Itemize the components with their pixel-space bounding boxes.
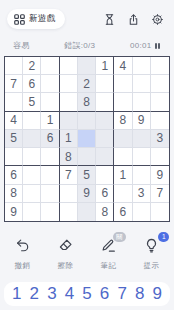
hourglass-icon[interactable] [103, 13, 116, 26]
cell-r2c9[interactable] [151, 75, 169, 93]
cell-r4c9[interactable] [151, 112, 169, 130]
cell-r1c4[interactable] [60, 57, 78, 75]
numpad-1[interactable]: 1 [11, 284, 22, 304]
new-game-label: 新遊戲 [29, 13, 56, 25]
new-game-button[interactable]: 新遊戲 [7, 9, 65, 29]
cell-r3c5[interactable]: 8 [78, 93, 96, 111]
cell-r1c5[interactable] [78, 57, 96, 75]
cell-r2c2[interactable]: 6 [23, 75, 41, 93]
cell-r3c7[interactable] [114, 93, 132, 111]
cell-r6c8[interactable] [133, 148, 151, 166]
cell-r1c6[interactable]: 1 [96, 57, 114, 75]
new-game-grid-icon [14, 14, 25, 25]
cell-r5c2[interactable] [23, 130, 41, 148]
cell-r2c1[interactable]: 7 [5, 75, 23, 93]
sudoku-app: 新遊戲 容易 錯誤:0/3 00:01 [0, 0, 174, 310]
cell-r3c9[interactable] [151, 93, 169, 111]
lightbulb-icon [143, 237, 160, 254]
numpad: 123456789 [4, 282, 170, 306]
eraser-icon [57, 237, 74, 254]
notes-label: 筆記 [101, 261, 117, 271]
cell-r1c9[interactable] [151, 57, 169, 75]
cell-r5c3[interactable]: 6 [41, 130, 59, 148]
cell-r9c4[interactable] [60, 203, 78, 221]
cell-r1c8[interactable] [133, 57, 151, 75]
undo-icon [14, 237, 31, 254]
notes-button[interactable]: 關 筆記 [100, 237, 117, 271]
cell-r5c6[interactable] [96, 130, 114, 148]
cell-r9c3[interactable] [41, 203, 59, 221]
mistakes-label: 錯誤:0/3 [64, 40, 95, 51]
difficulty-label: 容易 [13, 40, 30, 51]
cell-r8c8[interactable]: 3 [133, 185, 151, 203]
cell-r1c7[interactable]: 4 [114, 57, 132, 75]
cell-r4c8[interactable]: 9 [133, 112, 151, 130]
cell-r8c2[interactable] [23, 185, 41, 203]
cell-r2c7[interactable] [114, 75, 132, 93]
cell-r6c6[interactable] [96, 148, 114, 166]
cell-r4c2[interactable] [23, 112, 41, 130]
settings-gear-icon[interactable] [151, 13, 164, 26]
hint-count-badge: 1 [158, 232, 169, 242]
cell-r4c1[interactable]: 4 [5, 112, 23, 130]
cell-r8c5[interactable]: 9 [78, 185, 96, 203]
cell-r9c8[interactable] [133, 203, 151, 221]
cell-r7c6[interactable] [96, 166, 114, 184]
cell-r8c4[interactable] [60, 185, 78, 203]
cell-r2c3[interactable] [41, 75, 59, 93]
cell-r6c1[interactable] [5, 148, 23, 166]
cell-r9c2[interactable] [23, 203, 41, 221]
pause-button[interactable] [154, 42, 161, 50]
numpad-3[interactable]: 3 [46, 284, 57, 304]
cell-r3c4[interactable] [60, 93, 78, 111]
numpad-2[interactable]: 2 [29, 284, 40, 304]
cell-r9c1[interactable]: 9 [5, 203, 23, 221]
cell-r5c4[interactable]: 1 [60, 130, 78, 148]
cell-r7c9[interactable]: 9 [151, 166, 169, 184]
cell-r5c7[interactable] [114, 130, 132, 148]
notes-state-badge: 關 [113, 232, 127, 242]
cell-r8c1[interactable]: 8 [5, 185, 23, 203]
cell-r6c2[interactable] [23, 148, 41, 166]
cell-r2c6[interactable] [96, 75, 114, 93]
cell-r3c3[interactable] [41, 93, 59, 111]
hint-button[interactable]: 1 提示 [143, 237, 160, 271]
cell-r5c5[interactable] [78, 130, 96, 148]
erase-label: 擦除 [58, 261, 74, 271]
numpad-4[interactable]: 4 [64, 284, 75, 304]
erase-button[interactable]: 擦除 [57, 237, 74, 271]
cell-r6c7[interactable] [114, 148, 132, 166]
cell-r6c3[interactable] [41, 148, 59, 166]
cell-r1c3[interactable] [41, 57, 59, 75]
cell-r4c6[interactable] [96, 112, 114, 130]
cell-r5c8[interactable] [133, 130, 151, 148]
numpad-5[interactable]: 5 [81, 284, 92, 304]
status-bar: 容易 錯誤:0/3 00:01 [0, 40, 174, 51]
cell-r7c7[interactable]: 1 [114, 166, 132, 184]
header-icons [103, 13, 164, 26]
cell-r1c1[interactable] [5, 57, 23, 75]
numpad-9[interactable]: 9 [152, 284, 163, 304]
cell-r1c2[interactable]: 2 [23, 57, 41, 75]
share-icon[interactable] [127, 13, 140, 26]
hint-label: 提示 [144, 261, 160, 271]
cell-r4c7[interactable]: 8 [114, 112, 132, 130]
cell-r7c4[interactable]: 7 [60, 166, 78, 184]
toolbar: 撤銷 擦除 關 筆記 [0, 237, 174, 271]
cell-r6c9[interactable] [151, 148, 169, 166]
cell-r9c5[interactable] [78, 203, 96, 221]
cell-r3c1[interactable] [5, 93, 23, 111]
cell-r9c7[interactable]: 6 [114, 203, 132, 221]
cell-r3c2[interactable]: 5 [23, 93, 41, 111]
cell-r6c4[interactable]: 8 [60, 148, 78, 166]
cell-r8c6[interactable]: 6 [96, 185, 114, 203]
cell-r4c3[interactable]: 1 [41, 112, 59, 130]
cell-r7c5[interactable]: 5 [78, 166, 96, 184]
timer-label: 00:01 [130, 41, 152, 50]
cell-r2c8[interactable] [133, 75, 151, 93]
undo-button[interactable]: 撤銷 [14, 237, 31, 271]
cell-r2c5[interactable]: 2 [78, 75, 96, 93]
cell-r8c9[interactable]: 7 [151, 185, 169, 203]
cell-r6c5[interactable] [78, 148, 96, 166]
cell-r3c6[interactable] [96, 93, 114, 111]
cell-r8c7[interactable] [114, 185, 132, 203]
numpad-6[interactable]: 6 [99, 284, 110, 304]
cell-r9c6[interactable]: 8 [96, 203, 114, 221]
cell-r5c1[interactable]: 5 [5, 130, 23, 148]
cell-r5c9[interactable]: 3 [151, 130, 169, 148]
numpad-7[interactable]: 7 [116, 284, 127, 304]
sudoku-board: 214762584189561386751989637986 [4, 56, 170, 222]
numpad-8[interactable]: 8 [134, 284, 145, 304]
undo-label: 撤銷 [15, 261, 31, 271]
cell-r7c8[interactable] [133, 166, 151, 184]
cell-r7c3[interactable] [41, 166, 59, 184]
cell-r7c1[interactable]: 6 [5, 166, 23, 184]
cell-r4c5[interactable] [78, 112, 96, 130]
cell-r7c2[interactable] [23, 166, 41, 184]
cell-r2c4[interactable] [60, 75, 78, 93]
cell-r9c9[interactable] [151, 203, 169, 221]
cell-r4c4[interactable] [60, 112, 78, 130]
header: 新遊戲 [0, 0, 174, 29]
cell-r8c3[interactable] [41, 185, 59, 203]
cell-r3c8[interactable] [133, 93, 151, 111]
